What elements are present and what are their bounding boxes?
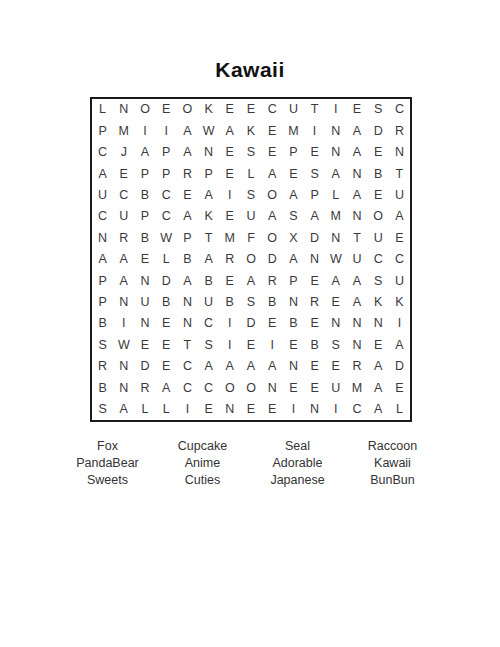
word-item-seal: Seal <box>250 440 345 453</box>
grid-cell-r4c6: P <box>198 163 219 184</box>
grid-cell-r12c10: E <box>283 334 304 355</box>
grid-cell-r7c9: O <box>262 227 283 248</box>
grid-cell-r10c1: P <box>92 292 113 313</box>
grid-cell-r2c4: I <box>156 120 177 141</box>
grid-cell-r3c7: E <box>219 142 240 163</box>
grid-cell-r13c4: E <box>156 356 177 377</box>
grid-cell-r1c7: E <box>219 99 240 120</box>
grid-cell-r13c9: A <box>262 356 283 377</box>
grid-cell-r1c1: L <box>92 99 113 120</box>
grid-cell-r9c3: N <box>134 270 155 291</box>
grid-cell-r9c9: R <box>262 270 283 291</box>
grid-cell-r1c2: N <box>113 99 134 120</box>
grid-cell-r10c3: U <box>134 292 155 313</box>
grid-cell-r4c5: R <box>177 163 198 184</box>
grid-cell-r8c3: E <box>134 249 155 270</box>
grid-cell-r15c14: A <box>368 399 389 420</box>
grid-cell-r15c10: I <box>283 399 304 420</box>
grid-cell-r10c8: S <box>240 292 261 313</box>
grid-cell-r5c6: A <box>198 185 219 206</box>
grid-cell-r13c10: N <box>283 356 304 377</box>
grid-cell-r14c12: U <box>325 377 346 398</box>
grid-cell-r7c1: N <box>92 227 113 248</box>
grid-cell-r7c8: F <box>240 227 261 248</box>
grid-cell-r3c15: N <box>389 142 410 163</box>
grid-cell-r2c11: I <box>304 120 325 141</box>
grid-cell-r13c12: E <box>325 356 346 377</box>
grid-cell-r12c15: A <box>389 334 410 355</box>
grid-cell-r1c5: O <box>177 99 198 120</box>
grid-cell-r2c3: I <box>134 120 155 141</box>
grid-cell-r14c2: N <box>113 377 134 398</box>
grid-cell-r3c8: S <box>240 142 261 163</box>
grid-cell-r14c3: R <box>134 377 155 398</box>
grid-cell-r9c11: E <box>304 270 325 291</box>
grid-cell-r2c13: A <box>346 120 367 141</box>
grid-cell-r9c2: A <box>113 270 134 291</box>
grid-cell-r2c2: M <box>113 120 134 141</box>
grid-cell-r14c1: B <box>92 377 113 398</box>
grid-cell-r8c9: D <box>262 249 283 270</box>
grid-cell-r12c4: E <box>156 334 177 355</box>
grid-cell-r6c14: O <box>368 206 389 227</box>
grid-cell-r9c15: U <box>389 270 410 291</box>
grid-cell-r13c13: R <box>346 356 367 377</box>
word-item-cuties: Cuties <box>155 474 250 487</box>
grid-cell-r1c8: E <box>240 99 261 120</box>
grid-cell-r15c9: E <box>262 399 283 420</box>
grid-cell-r7c6: T <box>198 227 219 248</box>
grid-cell-r3c12: N <box>325 142 346 163</box>
grid-cell-r12c11: B <box>304 334 325 355</box>
grid-cell-r4c14: B <box>368 163 389 184</box>
grid-cell-r7c12: N <box>325 227 346 248</box>
grid-cell-r9c6: B <box>198 270 219 291</box>
grid-cell-r9c1: P <box>92 270 113 291</box>
grid-cell-r5c12: L <box>325 185 346 206</box>
grid-cell-r13c8: A <box>240 356 261 377</box>
grid-cell-r13c6: A <box>198 356 219 377</box>
grid-cell-r12c3: E <box>134 334 155 355</box>
grid-cell-r8c11: N <box>304 249 325 270</box>
grid-cell-r1c14: S <box>368 99 389 120</box>
grid-cell-r14c13: M <box>346 377 367 398</box>
grid-cell-r6c9: A <box>262 206 283 227</box>
grid-cell-r1c6: K <box>198 99 219 120</box>
grid-cell-r5c11: P <box>304 185 325 206</box>
grid-cell-r14c6: C <box>198 377 219 398</box>
grid-cell-r13c5: C <box>177 356 198 377</box>
page-title: Kawaii <box>0 58 500 82</box>
grid-cell-r4c3: P <box>134 163 155 184</box>
grid-cell-r10c10: N <box>283 292 304 313</box>
grid-cell-r4c11: S <box>304 163 325 184</box>
grid-cell-r6c15: A <box>389 206 410 227</box>
grid-cell-r2c8: K <box>240 120 261 141</box>
grid-cell-r12c12: S <box>325 334 346 355</box>
grid-cell-r5c9: O <box>262 185 283 206</box>
grid-cell-r7c10: X <box>283 227 304 248</box>
grid-cell-r7c13: T <box>346 227 367 248</box>
grid-cell-r3c10: P <box>283 142 304 163</box>
word-item-kawaii: Kawaii <box>345 457 440 470</box>
grid-cell-r3c14: E <box>368 142 389 163</box>
grid-cell-r3c13: A <box>346 142 367 163</box>
grid-cell-r2c14: D <box>368 120 389 141</box>
grid-cell-r8c6: A <box>198 249 219 270</box>
grid-cell-r15c11: N <box>304 399 325 420</box>
grid-cell-r12c2: W <box>113 334 134 355</box>
grid-cell-r11c9: E <box>262 313 283 334</box>
grid-cell-r7c3: B <box>134 227 155 248</box>
grid-cell-r12c5: T <box>177 334 198 355</box>
grid-cell-r12c6: S <box>198 334 219 355</box>
grid-cell-r11c3: N <box>134 313 155 334</box>
grid-cell-r3c4: P <box>156 142 177 163</box>
grid-cell-r13c11: E <box>304 356 325 377</box>
grid-cell-r2c1: P <box>92 120 113 141</box>
grid-cell-r10c14: K <box>368 292 389 313</box>
word-item-sweets: Sweets <box>60 474 155 487</box>
grid-cell-r5c4: C <box>156 185 177 206</box>
grid-cell-r15c8: E <box>240 399 261 420</box>
word-item-fox: Fox <box>60 440 155 453</box>
grid-cell-r6c5: A <box>177 206 198 227</box>
grid-cell-r7c11: D <box>304 227 325 248</box>
grid-cell-r5c7: I <box>219 185 240 206</box>
grid-cell-r5c10: A <box>283 185 304 206</box>
grid-cell-r9c12: A <box>325 270 346 291</box>
grid-cell-r2c10: M <box>283 120 304 141</box>
grid-cell-r13c3: D <box>134 356 155 377</box>
grid-cell-r4c2: E <box>113 163 134 184</box>
grid-cell-r11c4: E <box>156 313 177 334</box>
grid-cell-r8c14: C <box>368 249 389 270</box>
grid-cell-r4c13: N <box>346 163 367 184</box>
grid-cell-r6c1: C <box>92 206 113 227</box>
word-search-grid: LNOEOKEECUTIESCPMIIAWAKEMINADRCJAPANESEP… <box>90 97 412 422</box>
grid-cell-r6c2: U <box>113 206 134 227</box>
grid-cell-r6c6: K <box>198 206 219 227</box>
grid-cell-r11c11: E <box>304 313 325 334</box>
grid-cell-r7c15: E <box>389 227 410 248</box>
grid-cell-r13c14: A <box>368 356 389 377</box>
grid-cell-r1c3: O <box>134 99 155 120</box>
grid-cell-r15c12: I <box>325 399 346 420</box>
grid-cell-r4c12: A <box>325 163 346 184</box>
grid-cell-r4c1: A <box>92 163 113 184</box>
grid-cell-r6c3: P <box>134 206 155 227</box>
grid-cell-r7c5: P <box>177 227 198 248</box>
grid-cell-r11c10: B <box>283 313 304 334</box>
grid-cell-r14c7: O <box>219 377 240 398</box>
grid-cell-r9c14: S <box>368 270 389 291</box>
grid-cell-r6c8: U <box>240 206 261 227</box>
grid-cell-r10c9: B <box>262 292 283 313</box>
grid-cell-r14c4: A <box>156 377 177 398</box>
grid-cell-r8c2: A <box>113 249 134 270</box>
grid-cell-r15c7: N <box>219 399 240 420</box>
grid-cell-r11c8: D <box>240 313 261 334</box>
grid-cell-r11c6: C <box>198 313 219 334</box>
grid-cell-r3c6: N <box>198 142 219 163</box>
grid-cell-r10c7: B <box>219 292 240 313</box>
grid-cell-r9c13: A <box>346 270 367 291</box>
grid-cell-r5c14: E <box>368 185 389 206</box>
grid-cell-r9c5: A <box>177 270 198 291</box>
grid-cell-r5c5: E <box>177 185 198 206</box>
word-item-raccoon: Raccoon <box>345 440 440 453</box>
grid-cell-r12c7: I <box>219 334 240 355</box>
grid-cell-r3c11: E <box>304 142 325 163</box>
grid-cell-r14c15: E <box>389 377 410 398</box>
word-item-adorable: Adorable <box>250 457 345 470</box>
grid-cell-r8c8: O <box>240 249 261 270</box>
grid-cell-r10c5: N <box>177 292 198 313</box>
grid-cell-r7c7: M <box>219 227 240 248</box>
grid-cell-r2c5: A <box>177 120 198 141</box>
grid-cell-r13c1: R <box>92 356 113 377</box>
word-item-anime: Anime <box>155 457 250 470</box>
grid-cell-r11c5: N <box>177 313 198 334</box>
grid-cell-r13c15: D <box>389 356 410 377</box>
grid-cell-r3c5: A <box>177 142 198 163</box>
grid-cell-r7c2: R <box>113 227 134 248</box>
grid-cell-r11c2: I <box>113 313 134 334</box>
grid-cell-r6c12: M <box>325 206 346 227</box>
grid-cell-r5c15: U <box>389 185 410 206</box>
grid-cell-r6c7: E <box>219 206 240 227</box>
grid-cell-r9c7: E <box>219 270 240 291</box>
grid-cell-r4c4: P <box>156 163 177 184</box>
grid-cell-r5c1: U <box>92 185 113 206</box>
grid-cell-r8c1: A <box>92 249 113 270</box>
grid-cell-r10c6: U <box>198 292 219 313</box>
grid-cell-r12c9: I <box>262 334 283 355</box>
grid-cell-r9c4: D <box>156 270 177 291</box>
grid-cell-r12c8: E <box>240 334 261 355</box>
grid-cell-r15c6: E <box>198 399 219 420</box>
grid-cell-r5c8: S <box>240 185 261 206</box>
grid-cell-r6c11: A <box>304 206 325 227</box>
grid-cell-r4c7: E <box>219 163 240 184</box>
grid-cell-r6c10: S <box>283 206 304 227</box>
grid-cell-r10c4: B <box>156 292 177 313</box>
grid-cell-r3c3: A <box>134 142 155 163</box>
grid-cell-r15c3: L <box>134 399 155 420</box>
grid-cell-r2c15: R <box>389 120 410 141</box>
grid-cell-r4c9: A <box>262 163 283 184</box>
grid-cell-r14c11: E <box>304 377 325 398</box>
grid-cell-r10c13: A <box>346 292 367 313</box>
grid-cell-r1c13: E <box>346 99 367 120</box>
grid-cell-r11c12: N <box>325 313 346 334</box>
grid-cell-r2c9: E <box>262 120 283 141</box>
grid-cell-r10c12: E <box>325 292 346 313</box>
word-item-bunbun: BunBun <box>345 474 440 487</box>
word-item-japanese: Japanese <box>250 474 345 487</box>
grid-cell-r5c13: A <box>346 185 367 206</box>
grid-cell-r10c2: N <box>113 292 134 313</box>
grid-cell-r8c13: U <box>346 249 367 270</box>
grid-cell-r15c1: S <box>92 399 113 420</box>
grid-cell-r15c15: L <box>389 399 410 420</box>
grid-cell-r1c12: I <box>325 99 346 120</box>
grid-cell-r7c4: W <box>156 227 177 248</box>
grid-cell-r6c13: N <box>346 206 367 227</box>
grid-cell-r1c9: C <box>262 99 283 120</box>
grid-cell-r8c10: A <box>283 249 304 270</box>
grid-cell-r12c14: E <box>368 334 389 355</box>
grid-cell-r15c4: L <box>156 399 177 420</box>
grid-cell-r4c15: T <box>389 163 410 184</box>
grid-cell-r8c12: W <box>325 249 346 270</box>
grid-cell-r14c10: E <box>283 377 304 398</box>
grid-cell-r12c1: S <box>92 334 113 355</box>
grid-cell-r2c7: A <box>219 120 240 141</box>
grid-cell-r11c1: B <box>92 313 113 334</box>
grid-cell-r10c11: R <box>304 292 325 313</box>
grid-cell-r15c13: C <box>346 399 367 420</box>
grid-cell-r11c7: I <box>219 313 240 334</box>
grid-cell-r14c9: N <box>262 377 283 398</box>
grid-cell-r4c8: L <box>240 163 261 184</box>
word-item-pandabear: PandaBear <box>60 457 155 470</box>
grid-cell-r1c11: T <box>304 99 325 120</box>
grid-cell-r6c4: C <box>156 206 177 227</box>
grid-cell-r12c13: N <box>346 334 367 355</box>
word-item-cupcake: Cupcake <box>155 440 250 453</box>
grid-cell-r9c10: P <box>283 270 304 291</box>
grid-cell-r8c15: C <box>389 249 410 270</box>
grid-cell-r11c15: I <box>389 313 410 334</box>
grid-cell-r9c8: A <box>240 270 261 291</box>
grid-cell-r4c10: E <box>283 163 304 184</box>
grid-cell-r2c6: W <box>198 120 219 141</box>
grid-cell-r8c4: L <box>156 249 177 270</box>
grid-cell-r7c14: U <box>368 227 389 248</box>
grid-cell-r3c9: E <box>262 142 283 163</box>
grid-cell-r14c14: A <box>368 377 389 398</box>
grid-cell-r2c12: N <box>325 120 346 141</box>
grid-cell-r1c15: C <box>389 99 410 120</box>
grid-cell-r11c13: N <box>346 313 367 334</box>
grid-cell-r11c14: N <box>368 313 389 334</box>
grid-cell-r15c5: I <box>177 399 198 420</box>
grid-cell-r3c2: J <box>113 142 134 163</box>
grid-cell-r13c2: N <box>113 356 134 377</box>
grid-cell-r15c2: A <box>113 399 134 420</box>
grid-cell-r1c10: U <box>283 99 304 120</box>
grid-cell-r3c1: C <box>92 142 113 163</box>
word-list: FoxCupcakeSealRaccoonPandaBearAnimeAdora… <box>60 440 440 487</box>
grid-cell-r10c15: K <box>389 292 410 313</box>
grid-cell-r14c5: C <box>177 377 198 398</box>
grid-cell-r8c5: B <box>177 249 198 270</box>
grid-cell-r5c2: C <box>113 185 134 206</box>
grid-cell-r8c7: R <box>219 249 240 270</box>
grid-cell-r1c4: E <box>156 99 177 120</box>
grid-cell-r13c7: A <box>219 356 240 377</box>
grid-cell-r14c8: O <box>240 377 261 398</box>
grid-cell-r5c3: B <box>134 185 155 206</box>
